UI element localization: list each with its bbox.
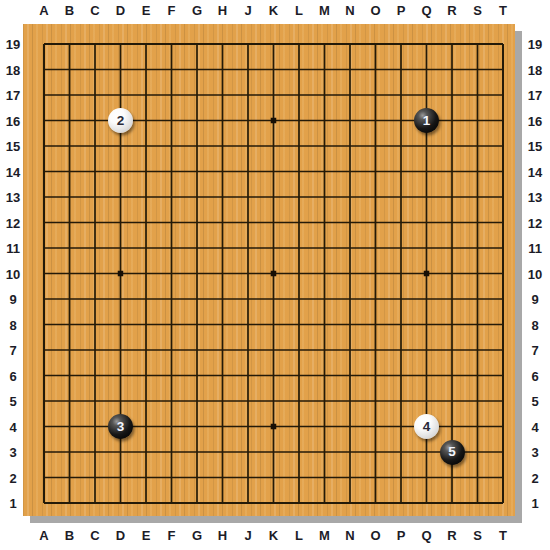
point-H18[interactable] bbox=[210, 57, 236, 83]
point-O18[interactable] bbox=[363, 57, 389, 83]
point-K4[interactable] bbox=[261, 414, 287, 440]
point-F14[interactable] bbox=[159, 159, 185, 185]
point-O19[interactable] bbox=[363, 31, 389, 57]
point-K7[interactable] bbox=[261, 337, 287, 363]
point-G10[interactable] bbox=[184, 261, 210, 287]
point-P7[interactable] bbox=[388, 337, 414, 363]
point-D8[interactable] bbox=[108, 312, 134, 338]
point-G6[interactable] bbox=[184, 363, 210, 389]
point-Q19[interactable] bbox=[414, 31, 440, 57]
point-R15[interactable] bbox=[439, 133, 465, 159]
point-R8[interactable] bbox=[439, 312, 465, 338]
point-Q8[interactable] bbox=[414, 312, 440, 338]
point-R1[interactable] bbox=[439, 490, 465, 516]
point-G7[interactable] bbox=[184, 337, 210, 363]
point-J4[interactable] bbox=[235, 414, 261, 440]
point-K18[interactable] bbox=[261, 57, 287, 83]
point-R6[interactable] bbox=[439, 363, 465, 389]
point-H7[interactable] bbox=[210, 337, 236, 363]
point-K8[interactable] bbox=[261, 312, 287, 338]
point-N17[interactable] bbox=[337, 82, 363, 108]
point-T8[interactable] bbox=[490, 312, 516, 338]
point-S12[interactable] bbox=[465, 210, 491, 236]
point-L16[interactable] bbox=[286, 108, 312, 134]
point-P16[interactable] bbox=[388, 108, 414, 134]
point-D12[interactable] bbox=[108, 210, 134, 236]
point-R7[interactable] bbox=[439, 337, 465, 363]
point-Q6[interactable] bbox=[414, 363, 440, 389]
point-P13[interactable] bbox=[388, 184, 414, 210]
point-A10[interactable] bbox=[31, 261, 57, 287]
point-S10[interactable] bbox=[465, 261, 491, 287]
point-A9[interactable] bbox=[31, 286, 57, 312]
point-N18[interactable] bbox=[337, 57, 363, 83]
point-K10[interactable] bbox=[261, 261, 287, 287]
point-A7[interactable] bbox=[31, 337, 57, 363]
point-T10[interactable] bbox=[490, 261, 516, 287]
point-S13[interactable] bbox=[465, 184, 491, 210]
point-E5[interactable] bbox=[133, 388, 159, 414]
point-G5[interactable] bbox=[184, 388, 210, 414]
point-M5[interactable] bbox=[312, 388, 338, 414]
point-A15[interactable] bbox=[31, 133, 57, 159]
point-J12[interactable] bbox=[235, 210, 261, 236]
point-N16[interactable] bbox=[337, 108, 363, 134]
point-P18[interactable] bbox=[388, 57, 414, 83]
point-O1[interactable] bbox=[363, 490, 389, 516]
point-P8[interactable] bbox=[388, 312, 414, 338]
point-B1[interactable] bbox=[57, 490, 83, 516]
point-S1[interactable] bbox=[465, 490, 491, 516]
point-D3[interactable] bbox=[108, 439, 134, 465]
point-H14[interactable] bbox=[210, 159, 236, 185]
point-J2[interactable] bbox=[235, 465, 261, 491]
point-J15[interactable] bbox=[235, 133, 261, 159]
point-C15[interactable] bbox=[82, 133, 108, 159]
point-M13[interactable] bbox=[312, 184, 338, 210]
point-Q7[interactable] bbox=[414, 337, 440, 363]
point-L12[interactable] bbox=[286, 210, 312, 236]
point-L1[interactable] bbox=[286, 490, 312, 516]
point-Q14[interactable] bbox=[414, 159, 440, 185]
point-C7[interactable] bbox=[82, 337, 108, 363]
point-M10[interactable] bbox=[312, 261, 338, 287]
point-L15[interactable] bbox=[286, 133, 312, 159]
point-B4[interactable] bbox=[57, 414, 83, 440]
point-G9[interactable] bbox=[184, 286, 210, 312]
point-H10[interactable] bbox=[210, 261, 236, 287]
point-M4[interactable] bbox=[312, 414, 338, 440]
point-F13[interactable] bbox=[159, 184, 185, 210]
point-B2[interactable] bbox=[57, 465, 83, 491]
point-T13[interactable] bbox=[490, 184, 516, 210]
point-K11[interactable] bbox=[261, 235, 287, 261]
point-N14[interactable] bbox=[337, 159, 363, 185]
point-D9[interactable] bbox=[108, 286, 134, 312]
point-G15[interactable] bbox=[184, 133, 210, 159]
point-E14[interactable] bbox=[133, 159, 159, 185]
point-L7[interactable] bbox=[286, 337, 312, 363]
point-L3[interactable] bbox=[286, 439, 312, 465]
point-O8[interactable] bbox=[363, 312, 389, 338]
point-Q3[interactable] bbox=[414, 439, 440, 465]
point-P10[interactable] bbox=[388, 261, 414, 287]
point-M1[interactable] bbox=[312, 490, 338, 516]
point-S9[interactable] bbox=[465, 286, 491, 312]
goban[interactable]: 21345 bbox=[23, 24, 515, 516]
point-H19[interactable] bbox=[210, 31, 236, 57]
point-E16[interactable] bbox=[133, 108, 159, 134]
point-M7[interactable] bbox=[312, 337, 338, 363]
point-S3[interactable] bbox=[465, 439, 491, 465]
point-G3[interactable] bbox=[184, 439, 210, 465]
point-A3[interactable] bbox=[31, 439, 57, 465]
point-F15[interactable] bbox=[159, 133, 185, 159]
point-J18[interactable] bbox=[235, 57, 261, 83]
point-C3[interactable] bbox=[82, 439, 108, 465]
point-C16[interactable] bbox=[82, 108, 108, 134]
point-A16[interactable] bbox=[31, 108, 57, 134]
point-J7[interactable] bbox=[235, 337, 261, 363]
point-N12[interactable] bbox=[337, 210, 363, 236]
point-K6[interactable] bbox=[261, 363, 287, 389]
point-E10[interactable] bbox=[133, 261, 159, 287]
point-O13[interactable] bbox=[363, 184, 389, 210]
point-M18[interactable] bbox=[312, 57, 338, 83]
point-N2[interactable] bbox=[337, 465, 363, 491]
point-C13[interactable] bbox=[82, 184, 108, 210]
point-P6[interactable] bbox=[388, 363, 414, 389]
point-H5[interactable] bbox=[210, 388, 236, 414]
point-B14[interactable] bbox=[57, 159, 83, 185]
point-H9[interactable] bbox=[210, 286, 236, 312]
point-J16[interactable] bbox=[235, 108, 261, 134]
point-C9[interactable] bbox=[82, 286, 108, 312]
point-C5[interactable] bbox=[82, 388, 108, 414]
point-F4[interactable] bbox=[159, 414, 185, 440]
point-P15[interactable] bbox=[388, 133, 414, 159]
point-K9[interactable] bbox=[261, 286, 287, 312]
point-E2[interactable] bbox=[133, 465, 159, 491]
point-O7[interactable] bbox=[363, 337, 389, 363]
point-J14[interactable] bbox=[235, 159, 261, 185]
point-G18[interactable] bbox=[184, 57, 210, 83]
point-N10[interactable] bbox=[337, 261, 363, 287]
point-P4[interactable] bbox=[388, 414, 414, 440]
point-T11[interactable] bbox=[490, 235, 516, 261]
point-C6[interactable] bbox=[82, 363, 108, 389]
point-G4[interactable] bbox=[184, 414, 210, 440]
point-L18[interactable] bbox=[286, 57, 312, 83]
point-J13[interactable] bbox=[235, 184, 261, 210]
point-F3[interactable] bbox=[159, 439, 185, 465]
point-T5[interactable] bbox=[490, 388, 516, 414]
point-P5[interactable] bbox=[388, 388, 414, 414]
point-O17[interactable] bbox=[363, 82, 389, 108]
point-A1[interactable] bbox=[31, 490, 57, 516]
point-L5[interactable] bbox=[286, 388, 312, 414]
point-S11[interactable] bbox=[465, 235, 491, 261]
point-E8[interactable] bbox=[133, 312, 159, 338]
point-H17[interactable] bbox=[210, 82, 236, 108]
point-T17[interactable] bbox=[490, 82, 516, 108]
point-O12[interactable] bbox=[363, 210, 389, 236]
point-K14[interactable] bbox=[261, 159, 287, 185]
point-A8[interactable] bbox=[31, 312, 57, 338]
point-K17[interactable] bbox=[261, 82, 287, 108]
point-M8[interactable] bbox=[312, 312, 338, 338]
point-B19[interactable] bbox=[57, 31, 83, 57]
point-T16[interactable] bbox=[490, 108, 516, 134]
point-J3[interactable] bbox=[235, 439, 261, 465]
point-J5[interactable] bbox=[235, 388, 261, 414]
point-R9[interactable] bbox=[439, 286, 465, 312]
point-R19[interactable] bbox=[439, 31, 465, 57]
point-M17[interactable] bbox=[312, 82, 338, 108]
point-T3[interactable] bbox=[490, 439, 516, 465]
point-S7[interactable] bbox=[465, 337, 491, 363]
point-O5[interactable] bbox=[363, 388, 389, 414]
point-L17[interactable] bbox=[286, 82, 312, 108]
point-F10[interactable] bbox=[159, 261, 185, 287]
point-H6[interactable] bbox=[210, 363, 236, 389]
point-O4[interactable] bbox=[363, 414, 389, 440]
point-P19[interactable] bbox=[388, 31, 414, 57]
point-T6[interactable] bbox=[490, 363, 516, 389]
point-H4[interactable] bbox=[210, 414, 236, 440]
point-J6[interactable] bbox=[235, 363, 261, 389]
point-B8[interactable] bbox=[57, 312, 83, 338]
point-O11[interactable] bbox=[363, 235, 389, 261]
point-S6[interactable] bbox=[465, 363, 491, 389]
point-J11[interactable] bbox=[235, 235, 261, 261]
point-R17[interactable] bbox=[439, 82, 465, 108]
point-H12[interactable] bbox=[210, 210, 236, 236]
point-G12[interactable] bbox=[184, 210, 210, 236]
point-R12[interactable] bbox=[439, 210, 465, 236]
point-A14[interactable] bbox=[31, 159, 57, 185]
point-L14[interactable] bbox=[286, 159, 312, 185]
point-N5[interactable] bbox=[337, 388, 363, 414]
point-T7[interactable] bbox=[490, 337, 516, 363]
point-B15[interactable] bbox=[57, 133, 83, 159]
point-M15[interactable] bbox=[312, 133, 338, 159]
point-L6[interactable] bbox=[286, 363, 312, 389]
point-T1[interactable] bbox=[490, 490, 516, 516]
point-R2[interactable] bbox=[439, 465, 465, 491]
point-D10[interactable] bbox=[108, 261, 134, 287]
point-N8[interactable] bbox=[337, 312, 363, 338]
point-A17[interactable] bbox=[31, 82, 57, 108]
point-F8[interactable] bbox=[159, 312, 185, 338]
point-F12[interactable] bbox=[159, 210, 185, 236]
point-S14[interactable] bbox=[465, 159, 491, 185]
point-E18[interactable] bbox=[133, 57, 159, 83]
point-E9[interactable] bbox=[133, 286, 159, 312]
point-H11[interactable] bbox=[210, 235, 236, 261]
point-B18[interactable] bbox=[57, 57, 83, 83]
point-A18[interactable] bbox=[31, 57, 57, 83]
point-A12[interactable] bbox=[31, 210, 57, 236]
point-D13[interactable] bbox=[108, 184, 134, 210]
point-C2[interactable] bbox=[82, 465, 108, 491]
point-O10[interactable] bbox=[363, 261, 389, 287]
point-C18[interactable] bbox=[82, 57, 108, 83]
point-M3[interactable] bbox=[312, 439, 338, 465]
point-F1[interactable] bbox=[159, 490, 185, 516]
point-F2[interactable] bbox=[159, 465, 185, 491]
point-T9[interactable] bbox=[490, 286, 516, 312]
point-C19[interactable] bbox=[82, 31, 108, 57]
point-D1[interactable] bbox=[108, 490, 134, 516]
point-K12[interactable] bbox=[261, 210, 287, 236]
point-F6[interactable] bbox=[159, 363, 185, 389]
point-T15[interactable] bbox=[490, 133, 516, 159]
point-R16[interactable] bbox=[439, 108, 465, 134]
point-N3[interactable] bbox=[337, 439, 363, 465]
point-O14[interactable] bbox=[363, 159, 389, 185]
point-D15[interactable] bbox=[108, 133, 134, 159]
point-D11[interactable] bbox=[108, 235, 134, 261]
point-K13[interactable] bbox=[261, 184, 287, 210]
point-Q5[interactable] bbox=[414, 388, 440, 414]
point-C12[interactable] bbox=[82, 210, 108, 236]
point-E12[interactable] bbox=[133, 210, 159, 236]
point-Q16[interactable]: 1 bbox=[414, 108, 440, 134]
point-L2[interactable] bbox=[286, 465, 312, 491]
point-E15[interactable] bbox=[133, 133, 159, 159]
point-N7[interactable] bbox=[337, 337, 363, 363]
point-B3[interactable] bbox=[57, 439, 83, 465]
point-M11[interactable] bbox=[312, 235, 338, 261]
point-C14[interactable] bbox=[82, 159, 108, 185]
point-H15[interactable] bbox=[210, 133, 236, 159]
point-N6[interactable] bbox=[337, 363, 363, 389]
point-O16[interactable] bbox=[363, 108, 389, 134]
point-A2[interactable] bbox=[31, 465, 57, 491]
point-A5[interactable] bbox=[31, 388, 57, 414]
point-G17[interactable] bbox=[184, 82, 210, 108]
point-M14[interactable] bbox=[312, 159, 338, 185]
point-S19[interactable] bbox=[465, 31, 491, 57]
point-H8[interactable] bbox=[210, 312, 236, 338]
point-G14[interactable] bbox=[184, 159, 210, 185]
point-S8[interactable] bbox=[465, 312, 491, 338]
point-D2[interactable] bbox=[108, 465, 134, 491]
point-T4[interactable] bbox=[490, 414, 516, 440]
point-K1[interactable] bbox=[261, 490, 287, 516]
point-Q13[interactable] bbox=[414, 184, 440, 210]
point-S17[interactable] bbox=[465, 82, 491, 108]
point-Q17[interactable] bbox=[414, 82, 440, 108]
point-E4[interactable] bbox=[133, 414, 159, 440]
point-F19[interactable] bbox=[159, 31, 185, 57]
point-R18[interactable] bbox=[439, 57, 465, 83]
point-B6[interactable] bbox=[57, 363, 83, 389]
point-L19[interactable] bbox=[286, 31, 312, 57]
point-G2[interactable] bbox=[184, 465, 210, 491]
point-S4[interactable] bbox=[465, 414, 491, 440]
point-Q10[interactable] bbox=[414, 261, 440, 287]
point-B12[interactable] bbox=[57, 210, 83, 236]
point-A11[interactable] bbox=[31, 235, 57, 261]
point-S5[interactable] bbox=[465, 388, 491, 414]
point-O3[interactable] bbox=[363, 439, 389, 465]
point-F18[interactable] bbox=[159, 57, 185, 83]
point-F11[interactable] bbox=[159, 235, 185, 261]
point-R14[interactable] bbox=[439, 159, 465, 185]
point-L4[interactable] bbox=[286, 414, 312, 440]
point-N13[interactable] bbox=[337, 184, 363, 210]
point-K3[interactable] bbox=[261, 439, 287, 465]
point-P9[interactable] bbox=[388, 286, 414, 312]
point-T19[interactable] bbox=[490, 31, 516, 57]
point-B17[interactable] bbox=[57, 82, 83, 108]
point-H13[interactable] bbox=[210, 184, 236, 210]
point-G13[interactable] bbox=[184, 184, 210, 210]
point-S2[interactable] bbox=[465, 465, 491, 491]
point-A4[interactable] bbox=[31, 414, 57, 440]
point-D16[interactable]: 2 bbox=[108, 108, 134, 134]
point-O15[interactable] bbox=[363, 133, 389, 159]
point-K5[interactable] bbox=[261, 388, 287, 414]
point-R5[interactable] bbox=[439, 388, 465, 414]
point-T18[interactable] bbox=[490, 57, 516, 83]
point-F17[interactable] bbox=[159, 82, 185, 108]
point-E3[interactable] bbox=[133, 439, 159, 465]
point-P14[interactable] bbox=[388, 159, 414, 185]
point-E7[interactable] bbox=[133, 337, 159, 363]
point-E13[interactable] bbox=[133, 184, 159, 210]
point-N1[interactable] bbox=[337, 490, 363, 516]
point-F9[interactable] bbox=[159, 286, 185, 312]
point-L10[interactable] bbox=[286, 261, 312, 287]
point-Q4[interactable]: 4 bbox=[414, 414, 440, 440]
point-N9[interactable] bbox=[337, 286, 363, 312]
point-B9[interactable] bbox=[57, 286, 83, 312]
point-N11[interactable] bbox=[337, 235, 363, 261]
point-R10[interactable] bbox=[439, 261, 465, 287]
point-B7[interactable] bbox=[57, 337, 83, 363]
point-Q18[interactable] bbox=[414, 57, 440, 83]
point-J17[interactable] bbox=[235, 82, 261, 108]
point-Q2[interactable] bbox=[414, 465, 440, 491]
point-A19[interactable] bbox=[31, 31, 57, 57]
point-G16[interactable] bbox=[184, 108, 210, 134]
point-H1[interactable] bbox=[210, 490, 236, 516]
point-F5[interactable] bbox=[159, 388, 185, 414]
point-F16[interactable] bbox=[159, 108, 185, 134]
point-P2[interactable] bbox=[388, 465, 414, 491]
point-M6[interactable] bbox=[312, 363, 338, 389]
point-B13[interactable] bbox=[57, 184, 83, 210]
point-Q11[interactable] bbox=[414, 235, 440, 261]
point-N19[interactable] bbox=[337, 31, 363, 57]
point-D6[interactable] bbox=[108, 363, 134, 389]
point-B11[interactable] bbox=[57, 235, 83, 261]
point-R13[interactable] bbox=[439, 184, 465, 210]
point-J10[interactable] bbox=[235, 261, 261, 287]
point-D19[interactable] bbox=[108, 31, 134, 57]
point-P3[interactable] bbox=[388, 439, 414, 465]
point-O2[interactable] bbox=[363, 465, 389, 491]
point-P11[interactable] bbox=[388, 235, 414, 261]
point-J19[interactable] bbox=[235, 31, 261, 57]
point-S16[interactable] bbox=[465, 108, 491, 134]
point-E19[interactable] bbox=[133, 31, 159, 57]
point-Q1[interactable] bbox=[414, 490, 440, 516]
point-A13[interactable] bbox=[31, 184, 57, 210]
